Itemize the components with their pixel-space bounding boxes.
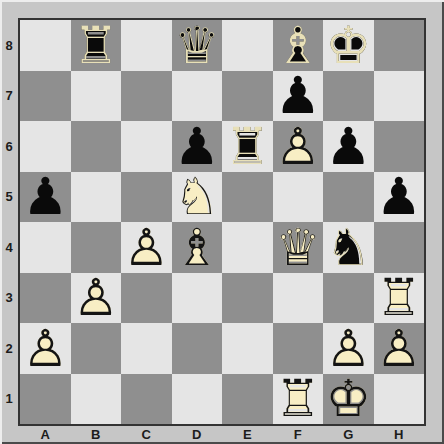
square-f6[interactable]: ♟♙ [273, 121, 324, 172]
square-c3[interactable] [121, 273, 172, 324]
square-f7[interactable]: ♟ [273, 71, 324, 122]
square-f3[interactable] [273, 273, 324, 324]
square-e6[interactable]: ♜♖ [222, 121, 273, 172]
black-rook[interactable]: ♜♖ [71, 20, 122, 71]
square-f1[interactable]: ♜♖ [273, 374, 324, 425]
square-g4[interactable]: ♞♘ [323, 222, 374, 273]
white-rook-outline: ♖ [374, 273, 425, 324]
rank-label: 1 [0, 374, 18, 425]
white-knight-outline: ♘ [172, 172, 223, 223]
square-e3[interactable] [222, 273, 273, 324]
file-label: A [20, 427, 71, 442]
square-h8[interactable] [374, 20, 425, 71]
black-queen-outline: ♕ [172, 20, 223, 71]
white-pawn-outline: ♙ [71, 273, 122, 324]
square-a2[interactable]: ♟♙ [20, 323, 71, 374]
white-pawn[interactable]: ♟♙ [323, 323, 374, 374]
square-a5[interactable]: ♟ [20, 172, 71, 223]
file-label: G [323, 427, 374, 442]
black-queen[interactable]: ♛♕ [172, 20, 223, 71]
white-king[interactable]: ♚♔ [323, 374, 374, 425]
black-pawn-glyph: ♟ [323, 121, 374, 172]
square-c4[interactable]: ♟♙ [121, 222, 172, 273]
white-pawn-outline: ♙ [273, 121, 324, 172]
black-pawn[interactable]: ♟ [172, 121, 223, 172]
black-pawn[interactable]: ♟ [323, 121, 374, 172]
square-d4[interactable]: ♝♗ [172, 222, 223, 273]
square-a4[interactable] [20, 222, 71, 273]
square-d6[interactable]: ♟ [172, 121, 223, 172]
white-rook[interactable]: ♜♖ [273, 374, 324, 425]
white-king-outline: ♔ [323, 374, 374, 425]
square-g5[interactable] [323, 172, 374, 223]
rank-labels: 87654321 [0, 20, 18, 424]
square-d5[interactable]: ♞♘ [172, 172, 223, 223]
square-d7[interactable] [172, 71, 223, 122]
square-b1[interactable] [71, 374, 122, 425]
rank-label: 7 [0, 71, 18, 122]
file-label: D [172, 427, 223, 442]
rank-label: 4 [0, 222, 18, 273]
square-b8[interactable]: ♜♖ [71, 20, 122, 71]
black-pawn-glyph: ♟ [172, 121, 223, 172]
square-b3[interactable]: ♟♙ [71, 273, 122, 324]
white-queen-outline: ♕ [273, 222, 324, 273]
white-rook[interactable]: ♜♖ [374, 273, 425, 324]
black-knight[interactable]: ♞♘ [323, 222, 374, 273]
white-pawn-outline: ♙ [121, 222, 172, 273]
black-bishop-outline: ♗ [273, 20, 324, 71]
black-king-outline: ♔ [323, 20, 374, 71]
square-f4[interactable]: ♛♕ [273, 222, 324, 273]
square-g6[interactable]: ♟ [323, 121, 374, 172]
file-label: F [273, 427, 324, 442]
black-pawn[interactable]: ♟ [374, 172, 425, 223]
white-bishop[interactable]: ♝♗ [172, 222, 223, 273]
square-c8[interactable] [121, 20, 172, 71]
square-f5[interactable] [273, 172, 324, 223]
file-label: B [71, 427, 122, 442]
black-pawn[interactable]: ♟ [20, 172, 71, 223]
square-e5[interactable] [222, 172, 273, 223]
white-queen[interactable]: ♛♕ [273, 222, 324, 273]
square-a7[interactable] [20, 71, 71, 122]
rank-label: 8 [0, 20, 18, 71]
square-g7[interactable] [323, 71, 374, 122]
square-g2[interactable]: ♟♙ [323, 323, 374, 374]
white-pawn-outline: ♙ [323, 323, 374, 374]
square-f2[interactable] [273, 323, 324, 374]
square-c5[interactable] [121, 172, 172, 223]
black-bishop[interactable]: ♝♗ [273, 20, 324, 71]
black-pawn-glyph: ♟ [273, 71, 324, 122]
white-pawn[interactable]: ♟♙ [374, 323, 425, 374]
square-b6[interactable] [71, 121, 122, 172]
square-e8[interactable] [222, 20, 273, 71]
square-b4[interactable] [71, 222, 122, 273]
square-c7[interactable] [121, 71, 172, 122]
square-d1[interactable] [172, 374, 223, 425]
square-h7[interactable] [374, 71, 425, 122]
black-king[interactable]: ♚♔ [323, 20, 374, 71]
file-label: E [222, 427, 273, 442]
black-rook-outline: ♖ [71, 20, 122, 71]
black-rook-outline: ♖ [222, 121, 273, 172]
square-e1[interactable] [222, 374, 273, 425]
square-d8[interactable]: ♛♕ [172, 20, 223, 71]
black-knight-outline: ♘ [323, 222, 374, 273]
square-g3[interactable] [323, 273, 374, 324]
square-g8[interactable]: ♚♔ [323, 20, 374, 71]
white-knight[interactable]: ♞♘ [172, 172, 223, 223]
square-e7[interactable] [222, 71, 273, 122]
white-pawn[interactable]: ♟♙ [71, 273, 122, 324]
square-h6[interactable] [374, 121, 425, 172]
file-labels: ABCDEFGH [20, 427, 424, 442]
square-a1[interactable] [20, 374, 71, 425]
chess-board: ♜♖♛♕♝♗♚♔♟♟♜♖♟♙♟♟♞♘♟♟♙♝♗♛♕♞♘♟♙♜♖♟♙♟♙♟♙♜♖♚… [18, 18, 426, 426]
rank-label: 5 [0, 172, 18, 223]
square-h3[interactable]: ♜♖ [374, 273, 425, 324]
chess-board-frame: 87654321 ABCDEFGH ♜♖♛♕♝♗♚♔♟♟♜♖♟♙♟♟♞♘♟♟♙♝… [0, 0, 444, 444]
white-pawn[interactable]: ♟♙ [273, 121, 324, 172]
square-d3[interactable] [172, 273, 223, 324]
white-bishop-outline: ♗ [172, 222, 223, 273]
rank-label: 2 [0, 323, 18, 374]
square-h1[interactable] [374, 374, 425, 425]
square-c6[interactable] [121, 121, 172, 172]
file-label: C [121, 427, 172, 442]
white-rook-outline: ♖ [273, 374, 324, 425]
white-pawn-outline: ♙ [374, 323, 425, 374]
black-rook[interactable]: ♜♖ [222, 121, 273, 172]
square-c1[interactable] [121, 374, 172, 425]
square-a8[interactable] [20, 20, 71, 71]
square-h5[interactable]: ♟ [374, 172, 425, 223]
file-label: H [374, 427, 425, 442]
square-b7[interactable] [71, 71, 122, 122]
square-a3[interactable] [20, 273, 71, 324]
square-b2[interactable] [71, 323, 122, 374]
white-pawn-outline: ♙ [20, 323, 71, 374]
rank-label: 3 [0, 273, 18, 324]
square-f8[interactable]: ♝♗ [273, 20, 324, 71]
black-pawn[interactable]: ♟ [273, 71, 324, 122]
black-pawn-glyph: ♟ [20, 172, 71, 223]
rank-label: 6 [0, 121, 18, 172]
square-h2[interactable]: ♟♙ [374, 323, 425, 374]
black-pawn-glyph: ♟ [374, 172, 425, 223]
square-a6[interactable] [20, 121, 71, 172]
square-e4[interactable] [222, 222, 273, 273]
square-d2[interactable] [172, 323, 223, 374]
white-pawn[interactable]: ♟♙ [121, 222, 172, 273]
square-c2[interactable] [121, 323, 172, 374]
square-g1[interactable]: ♚♔ [323, 374, 374, 425]
square-e2[interactable] [222, 323, 273, 374]
square-h4[interactable] [374, 222, 425, 273]
square-b5[interactable] [71, 172, 122, 223]
white-pawn[interactable]: ♟♙ [20, 323, 71, 374]
